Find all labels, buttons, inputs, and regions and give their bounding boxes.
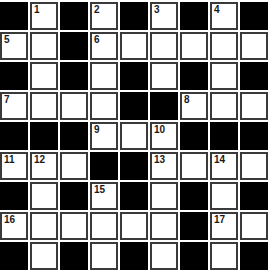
clue-number-5: 5: [4, 34, 10, 45]
cell-r4c7[interactable]: 8: [180, 92, 208, 120]
cell-r1c8[interactable]: 4: [210, 2, 238, 30]
cell-r6c8[interactable]: 14: [210, 152, 238, 180]
clue-number-15: 15: [94, 184, 105, 195]
clue-number-6: 6: [94, 34, 100, 45]
cell-r7c8[interactable]: [210, 182, 238, 210]
cell-r2c1[interactable]: 5: [0, 32, 28, 60]
block-cell-r3c9: [240, 62, 268, 90]
clue-number-10: 10: [154, 124, 165, 135]
clue-number-4: 4: [214, 4, 220, 15]
block-cell-r4c6: [150, 92, 178, 120]
clue-number-7: 7: [4, 94, 10, 105]
block-cell-r7c5: [120, 182, 148, 210]
clue-number-13: 13: [154, 154, 165, 165]
block-cell-r3c1: [0, 62, 28, 90]
cell-r8c6[interactable]: [150, 212, 178, 240]
clue-number-1: 1: [34, 4, 40, 15]
block-cell-r4c5: [120, 92, 148, 120]
cell-r4c4[interactable]: [90, 92, 118, 120]
cell-r2c8[interactable]: [210, 32, 238, 60]
clue-number-2: 2: [94, 4, 100, 15]
cell-r4c2[interactable]: [30, 92, 58, 120]
cell-r7c2[interactable]: [30, 182, 58, 210]
block-cell-r3c5: [120, 62, 148, 90]
cell-r1c6[interactable]: 3: [150, 2, 178, 30]
cell-r4c1[interactable]: 7: [0, 92, 28, 120]
cell-r6c3[interactable]: [60, 152, 88, 180]
clue-number-9: 9: [94, 124, 100, 135]
cell-r3c2[interactable]: [30, 62, 58, 90]
block-cell-r5c2: [30, 122, 58, 150]
cell-r2c6[interactable]: [150, 32, 178, 60]
cell-r8c9[interactable]: [240, 212, 268, 240]
cell-r2c9[interactable]: [240, 32, 268, 60]
block-cell-r9c3: [60, 242, 88, 270]
cell-r7c4[interactable]: 15: [90, 182, 118, 210]
cell-r8c2[interactable]: [30, 212, 58, 240]
crossword-board: 1234567891011121314151617: [0, 0, 269, 272]
block-cell-r5c7: [180, 122, 208, 150]
cell-r8c3[interactable]: [60, 212, 88, 240]
cell-r8c4[interactable]: [90, 212, 118, 240]
cell-r9c8[interactable]: [210, 242, 238, 270]
cell-r2c4[interactable]: 6: [90, 32, 118, 60]
block-cell-r9c1: [0, 242, 28, 270]
cell-r8c8[interactable]: 17: [210, 212, 238, 240]
clue-number-8: 8: [184, 94, 190, 105]
cell-r3c4[interactable]: [90, 62, 118, 90]
block-cell-r8c7: [180, 212, 208, 240]
clue-number-17: 17: [214, 214, 225, 225]
cell-r4c3[interactable]: [60, 92, 88, 120]
clue-number-16: 16: [4, 214, 15, 225]
block-cell-r5c9: [240, 122, 268, 150]
cell-r9c2[interactable]: [30, 242, 58, 270]
block-cell-r7c3: [60, 182, 88, 210]
cell-r1c4[interactable]: 2: [90, 2, 118, 30]
cell-r2c7[interactable]: [180, 32, 208, 60]
cell-r6c2[interactable]: 12: [30, 152, 58, 180]
cell-r4c9[interactable]: [240, 92, 268, 120]
cell-r6c9[interactable]: [240, 152, 268, 180]
block-cell-r1c5: [120, 2, 148, 30]
block-cell-r7c9: [240, 182, 268, 210]
cell-r3c6[interactable]: [150, 62, 178, 90]
crossword-grid: 1234567891011121314151617: [0, 2, 268, 270]
cell-r2c2[interactable]: [30, 32, 58, 60]
cell-r1c2[interactable]: 1: [30, 2, 58, 30]
cell-r8c1[interactable]: 16: [0, 212, 28, 240]
cell-r6c1[interactable]: 11: [0, 152, 28, 180]
block-cell-r3c7: [180, 62, 208, 90]
block-cell-r9c9: [240, 242, 268, 270]
cell-r9c4[interactable]: [90, 242, 118, 270]
block-cell-r6c4: [90, 152, 118, 180]
block-cell-r1c9: [240, 2, 268, 30]
cell-r7c6[interactable]: [150, 182, 178, 210]
block-cell-r5c8: [210, 122, 238, 150]
cell-r5c5[interactable]: [120, 122, 148, 150]
clue-number-12: 12: [34, 154, 45, 165]
block-cell-r2c3: [60, 32, 88, 60]
block-cell-r1c3: [60, 2, 88, 30]
block-cell-r9c7: [180, 242, 208, 270]
clue-number-14: 14: [214, 154, 225, 165]
block-cell-r7c7: [180, 182, 208, 210]
block-cell-r1c1: [0, 2, 28, 30]
cell-r6c7[interactable]: [180, 152, 208, 180]
block-cell-r3c3: [60, 62, 88, 90]
cell-r8c5[interactable]: [120, 212, 148, 240]
block-cell-r5c1: [0, 122, 28, 150]
block-cell-r6c5: [120, 152, 148, 180]
block-cell-r9c5: [120, 242, 148, 270]
cell-r5c6[interactable]: 10: [150, 122, 178, 150]
clue-number-3: 3: [154, 4, 160, 15]
block-cell-r5c3: [60, 122, 88, 150]
cell-r5c4[interactable]: 9: [90, 122, 118, 150]
cell-r2c5[interactable]: [120, 32, 148, 60]
cell-r3c8[interactable]: [210, 62, 238, 90]
block-cell-r7c1: [0, 182, 28, 210]
cell-r9c6[interactable]: [150, 242, 178, 270]
cell-r6c6[interactable]: 13: [150, 152, 178, 180]
cell-r4c8[interactable]: [210, 92, 238, 120]
block-cell-r1c7: [180, 2, 208, 30]
clue-number-11: 11: [4, 154, 15, 165]
